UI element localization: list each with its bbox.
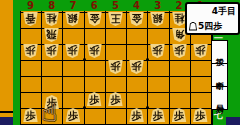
- last-move: 5四歩: [189, 20, 222, 32]
- square-4-8[interactable]: [126, 123, 147, 125]
- square-4-5[interactable]: [126, 75, 147, 91]
- file-label-7: 7: [62, 0, 83, 10]
- file-label-6: 6: [84, 0, 105, 10]
- square-7-2[interactable]: [62, 27, 83, 43]
- piece-stand-edge: [0, 0, 13, 125]
- square-3-6[interactable]: [147, 91, 168, 107]
- square-5-2[interactable]: [105, 27, 126, 43]
- square-4-3[interactable]: [126, 43, 147, 59]
- new-game-button[interactable]: 対局: [212, 87, 227, 109]
- square-6-5[interactable]: [84, 75, 105, 91]
- square-1-6[interactable]: [190, 91, 211, 107]
- gote-symbol-icon: [189, 22, 197, 31]
- move-number: 4手目: [212, 5, 236, 18]
- square-3-4[interactable]: [147, 59, 168, 75]
- piece-stand-divider: [0, 111, 13, 113]
- bottom-right-ui-fragment: [226, 117, 240, 125]
- hoshi-dot: [146, 58, 149, 61]
- square-7-5[interactable]: [62, 75, 83, 91]
- suspend-button[interactable]: 中断: [212, 64, 227, 87]
- square-6-7[interactable]: [84, 107, 105, 123]
- square-1-5[interactable]: [190, 75, 211, 91]
- square-3-5[interactable]: [147, 75, 168, 91]
- square-4-6[interactable]: [126, 91, 147, 107]
- square-7-8[interactable]: [62, 123, 83, 125]
- hoshi-dot: [83, 58, 86, 61]
- square-4-2[interactable]: [126, 27, 147, 43]
- square-6-8[interactable]: [84, 123, 105, 125]
- file-label-9: 9: [20, 0, 41, 10]
- hoshi-dot: [83, 106, 86, 109]
- last-move-text: 5四歩: [198, 20, 222, 33]
- square-2-6[interactable]: [169, 91, 190, 107]
- bottom-left-ui-fragment: [0, 117, 13, 125]
- resign-button[interactable]: 投了: [212, 41, 227, 64]
- square-1-8[interactable]: [190, 123, 211, 125]
- square-9-4[interactable]: [20, 59, 41, 75]
- file-label-3: 3: [147, 0, 168, 10]
- square-5-7[interactable]: [105, 107, 126, 123]
- hoshi-dot: [146, 106, 149, 109]
- square-9-5[interactable]: [20, 75, 41, 91]
- file-label-4: 4: [126, 0, 147, 10]
- square-7-4[interactable]: [62, 59, 83, 75]
- square-2-4[interactable]: [169, 59, 190, 75]
- square-9-2[interactable]: [20, 27, 41, 43]
- square-8-4[interactable]: [41, 59, 62, 75]
- square-9-8[interactable]: [20, 123, 41, 125]
- square-9-6[interactable]: [20, 91, 41, 107]
- square-5-8[interactable]: [105, 123, 126, 125]
- square-5-5[interactable]: [105, 75, 126, 91]
- square-7-6[interactable]: [62, 91, 83, 107]
- square-6-4[interactable]: [84, 59, 105, 75]
- square-8-5[interactable]: [41, 75, 62, 91]
- square-1-4[interactable]: [190, 59, 211, 75]
- square-3-8[interactable]: [147, 123, 168, 125]
- game-menu: 投了 中断 対局: [211, 40, 228, 110]
- square-2-8[interactable]: [169, 123, 190, 125]
- move-info-panel: 4手目 5四歩: [185, 2, 240, 35]
- hand-cursor[interactable]: ☝: [42, 100, 57, 125]
- file-label-8: 8: [41, 0, 62, 10]
- file-label-5: 5: [105, 0, 126, 10]
- square-5-3[interactable]: [105, 43, 126, 59]
- square-6-2[interactable]: [84, 27, 105, 43]
- square-2-5[interactable]: [169, 75, 190, 91]
- square-3-2[interactable]: [147, 27, 168, 43]
